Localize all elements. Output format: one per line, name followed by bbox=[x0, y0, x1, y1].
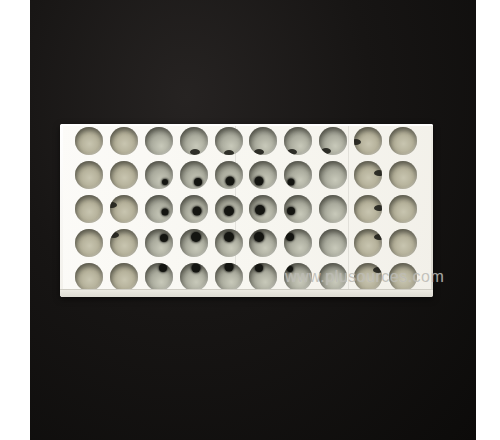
well-through-hole bbox=[224, 263, 233, 272]
well-shadow-sliver bbox=[321, 148, 331, 154]
well-cell bbox=[72, 124, 107, 158]
well bbox=[319, 127, 347, 155]
well bbox=[75, 161, 103, 189]
rack-bottom-edge bbox=[60, 289, 433, 297]
well-cell bbox=[141, 158, 176, 192]
well-through-hole bbox=[288, 179, 295, 186]
well-through-hole bbox=[287, 207, 295, 215]
well-cell bbox=[246, 124, 281, 158]
well-cell bbox=[351, 124, 386, 158]
well-cell bbox=[141, 226, 176, 260]
well-through-hole bbox=[255, 264, 263, 272]
well-cell bbox=[176, 226, 211, 260]
well bbox=[354, 229, 382, 257]
well bbox=[110, 229, 138, 257]
well bbox=[249, 229, 277, 257]
well bbox=[75, 195, 103, 223]
well bbox=[319, 195, 347, 223]
well-cell bbox=[281, 192, 316, 226]
well bbox=[249, 263, 277, 291]
well bbox=[215, 195, 243, 223]
well bbox=[180, 195, 208, 223]
well-cell bbox=[72, 158, 107, 192]
well-through-hole bbox=[191, 232, 201, 242]
well-shadow-sliver bbox=[374, 205, 382, 211]
well-cell bbox=[386, 226, 421, 260]
well-cell bbox=[281, 158, 316, 192]
photo-background: www.plusources.com bbox=[30, 0, 476, 440]
well-through-hole bbox=[194, 178, 202, 186]
well-cell bbox=[246, 192, 281, 226]
well-through-hole bbox=[159, 264, 167, 272]
well-cell bbox=[141, 124, 176, 158]
well-cell bbox=[316, 124, 351, 158]
well bbox=[145, 229, 173, 257]
well-shadow-sliver bbox=[354, 139, 361, 145]
well-cell bbox=[316, 226, 351, 260]
well bbox=[249, 195, 277, 223]
well bbox=[389, 195, 417, 223]
well bbox=[284, 195, 312, 223]
well bbox=[354, 195, 382, 223]
well bbox=[354, 127, 382, 155]
well-through-hole bbox=[162, 179, 168, 185]
well-cell bbox=[72, 192, 107, 226]
well-cell bbox=[316, 158, 351, 192]
well-through-hole bbox=[161, 208, 168, 215]
well-cell bbox=[141, 192, 176, 226]
well bbox=[215, 229, 243, 257]
well-through-hole bbox=[160, 234, 168, 242]
well bbox=[249, 161, 277, 189]
well bbox=[180, 263, 208, 291]
well bbox=[110, 161, 138, 189]
well-cell bbox=[351, 192, 386, 226]
well-cell bbox=[106, 158, 141, 192]
well-cell bbox=[351, 158, 386, 192]
well-cell bbox=[281, 124, 316, 158]
well-cell bbox=[281, 226, 316, 260]
well bbox=[284, 127, 312, 155]
well bbox=[180, 127, 208, 155]
well-cell bbox=[176, 124, 211, 158]
well-shadow-sliver bbox=[110, 202, 117, 208]
watermark-text: www.plusources.com bbox=[285, 268, 444, 286]
well bbox=[215, 127, 243, 155]
well bbox=[354, 161, 382, 189]
well bbox=[249, 127, 277, 155]
well bbox=[145, 263, 173, 291]
page: { "game": "none — not a board game; over… bbox=[0, 0, 500, 440]
well-cell bbox=[246, 158, 281, 192]
well bbox=[75, 263, 103, 291]
well-shadow-sliver bbox=[224, 150, 234, 155]
well-shadow-sliver bbox=[190, 149, 200, 155]
well-cell bbox=[246, 226, 281, 260]
well-through-hole bbox=[254, 232, 264, 242]
well-shadow-sliver bbox=[374, 234, 382, 240]
well-cell bbox=[176, 158, 211, 192]
well-through-hole bbox=[255, 205, 265, 215]
well bbox=[110, 195, 138, 223]
well bbox=[389, 161, 417, 189]
well-cell bbox=[176, 192, 211, 226]
well-cell bbox=[72, 226, 107, 260]
well-cell bbox=[211, 158, 246, 192]
well-through-hole bbox=[224, 232, 234, 242]
well bbox=[75, 127, 103, 155]
well bbox=[110, 127, 138, 155]
well bbox=[110, 263, 138, 291]
well-through-hole bbox=[225, 177, 234, 186]
well bbox=[145, 127, 173, 155]
well-cell bbox=[211, 226, 246, 260]
well bbox=[75, 229, 103, 257]
well bbox=[215, 263, 243, 291]
well-through-hole bbox=[193, 207, 202, 216]
well bbox=[389, 127, 417, 155]
well-cell bbox=[386, 192, 421, 226]
well-cell bbox=[211, 124, 246, 158]
well-through-hole bbox=[191, 263, 200, 272]
well bbox=[180, 229, 208, 257]
well bbox=[215, 161, 243, 189]
well-cell bbox=[106, 192, 141, 226]
well-cell bbox=[106, 124, 141, 158]
well-shadow-sliver bbox=[374, 170, 382, 176]
well-through-hole bbox=[255, 177, 264, 186]
well-cell bbox=[316, 192, 351, 226]
well bbox=[180, 161, 208, 189]
well bbox=[319, 161, 347, 189]
well-cell bbox=[351, 226, 386, 260]
well-shadow-sliver bbox=[287, 149, 297, 155]
well bbox=[284, 229, 312, 257]
well bbox=[145, 195, 173, 223]
well bbox=[284, 161, 312, 189]
well-cell bbox=[386, 124, 421, 158]
well-cell bbox=[386, 158, 421, 192]
well-cell bbox=[106, 226, 141, 260]
well bbox=[389, 229, 417, 257]
well-shadow-sliver bbox=[254, 149, 264, 155]
well bbox=[145, 161, 173, 189]
well-cell bbox=[211, 192, 246, 226]
well-through-hole bbox=[224, 206, 234, 216]
well bbox=[319, 229, 347, 257]
well-shadow-sliver bbox=[110, 232, 119, 238]
well-through-hole bbox=[286, 233, 294, 241]
